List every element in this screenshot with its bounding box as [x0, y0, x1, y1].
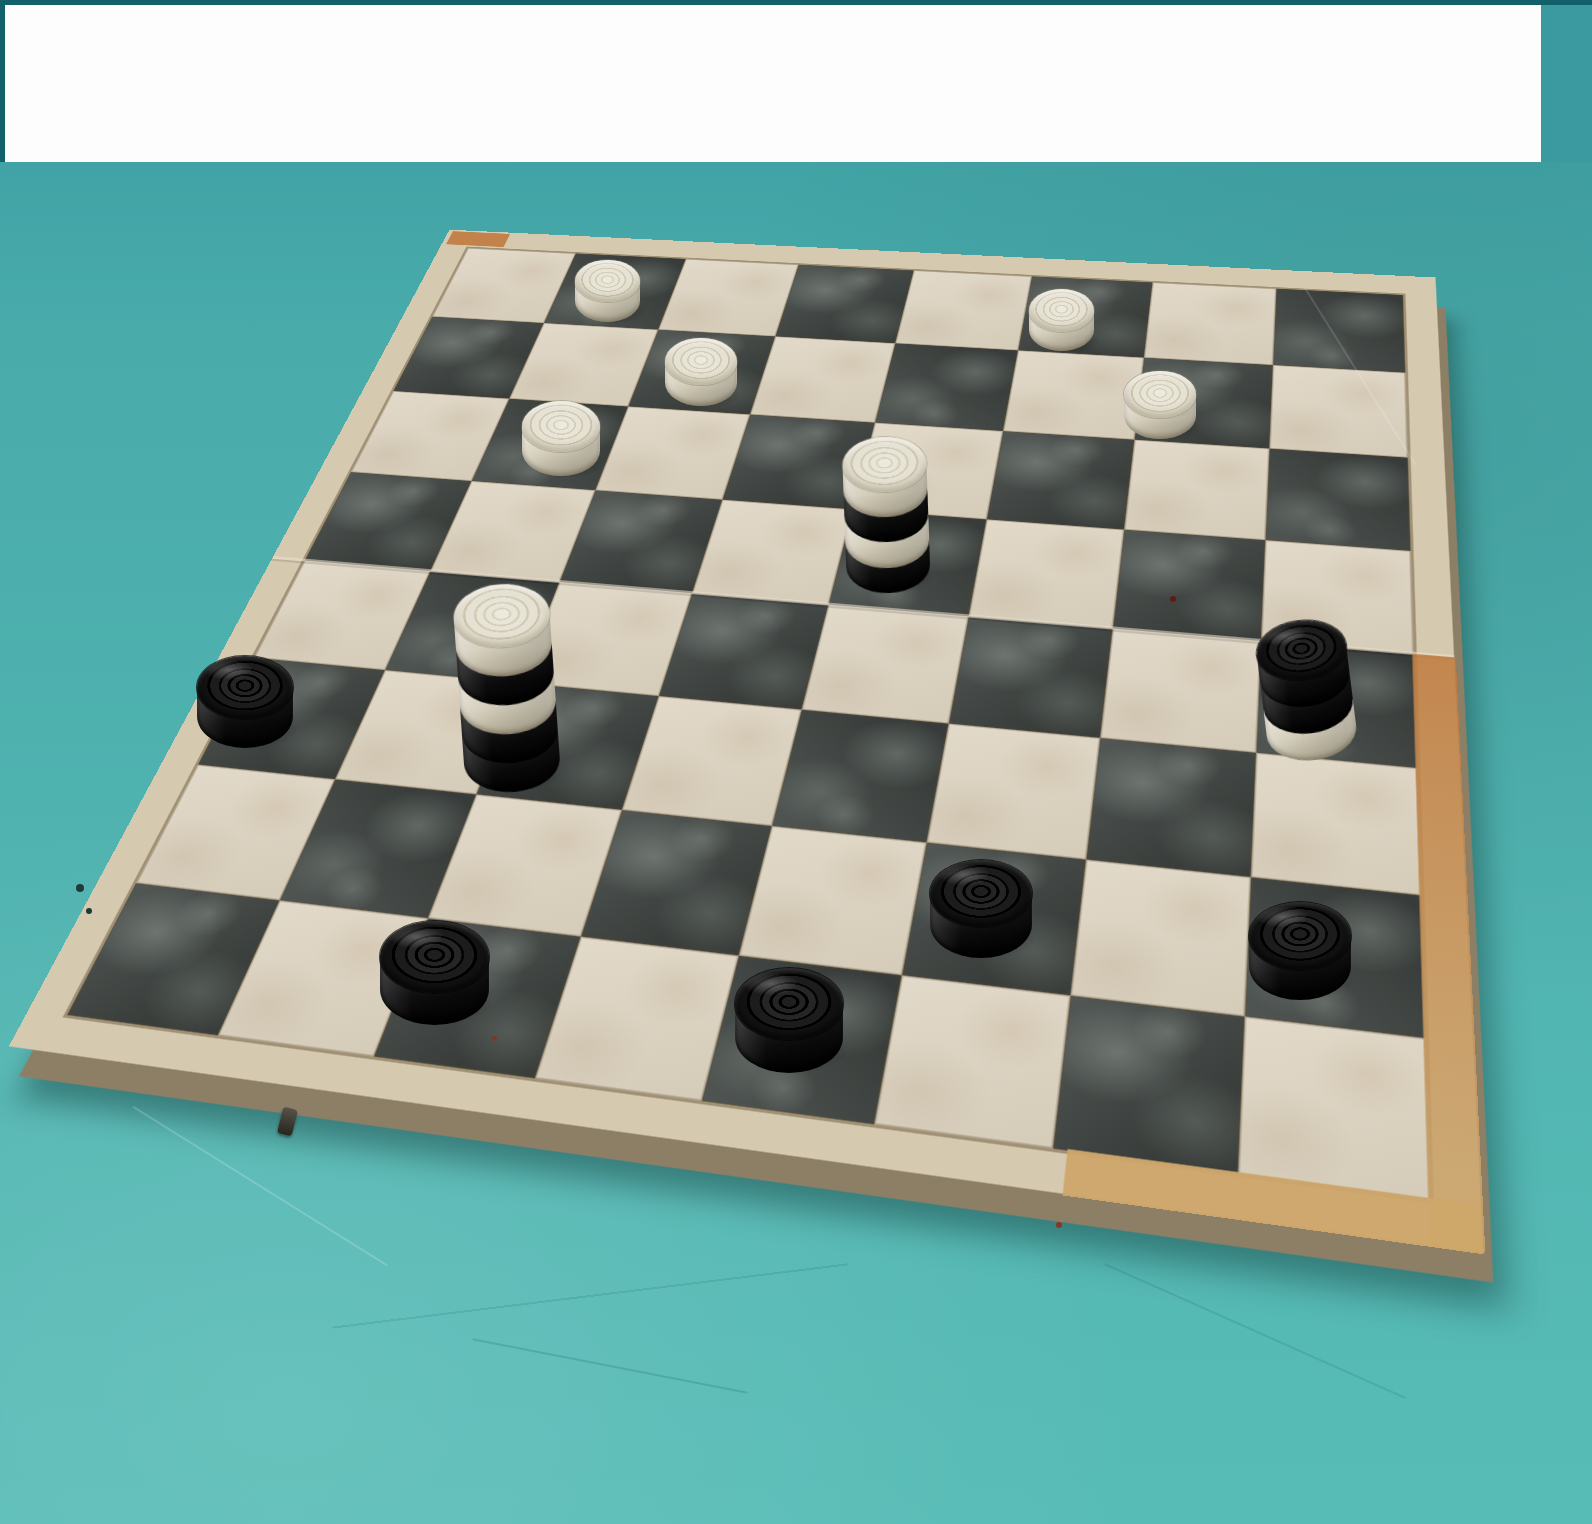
- speck: [1056, 1222, 1062, 1228]
- table-scratch: [132, 1106, 387, 1267]
- square-h1[interactable]: [1238, 1017, 1430, 1200]
- square-h8[interactable]: [1273, 289, 1405, 373]
- square-h6[interactable]: [1265, 449, 1410, 551]
- piece-white-f8[interactable]: [1029, 289, 1094, 351]
- square-e3[interactable]: [772, 710, 949, 843]
- square-d5[interactable]: [692, 500, 853, 605]
- piece-black-c1[interactable]: [380, 921, 489, 1025]
- square-g2[interactable]: [1070, 860, 1250, 1017]
- square-f4[interactable]: [949, 616, 1113, 738]
- square-e7[interactable]: [875, 343, 1018, 431]
- piece-top-face: [1124, 371, 1195, 418]
- piece-stack-c3[interactable]: [452, 582, 562, 796]
- frame-worn-patch: [446, 231, 510, 247]
- piece-top-face: [197, 656, 293, 719]
- piece-stack-h4[interactable]: [1253, 615, 1359, 765]
- piece-top-face: [522, 401, 600, 452]
- white-mask-strip: [5, 5, 1541, 162]
- speck: [86, 908, 92, 914]
- speck: [492, 1036, 497, 1041]
- square-f1[interactable]: [874, 975, 1070, 1148]
- piece-black-a3[interactable]: [197, 656, 293, 748]
- square-f5[interactable]: [969, 519, 1125, 628]
- piece-black-e1[interactable]: [735, 968, 844, 1072]
- piece-black-f2[interactable]: [930, 860, 1032, 958]
- square-e8[interactable]: [895, 270, 1032, 350]
- speck: [1170, 596, 1176, 602]
- piece-top-face: [1249, 902, 1351, 970]
- square-e2[interactable]: [739, 826, 927, 975]
- speck: [76, 884, 84, 892]
- square-g4[interactable]: [1100, 629, 1261, 753]
- square-g3[interactable]: [1086, 738, 1256, 877]
- photo-scene: [0, 0, 1592, 1524]
- piece-top-face: [665, 338, 736, 385]
- teal-top-right: [1541, 5, 1592, 162]
- piece-white-g7[interactable]: [1124, 371, 1195, 439]
- square-e4[interactable]: [802, 605, 969, 724]
- square-f6[interactable]: [987, 431, 1135, 530]
- piece-stack-e5[interactable]: [842, 436, 931, 594]
- piece-top-face: [1029, 289, 1094, 332]
- piece-white-c7[interactable]: [665, 338, 736, 406]
- piece-top-face: [735, 968, 844, 1040]
- table-scratch: [1104, 1263, 1406, 1399]
- square-d7[interactable]: [750, 336, 895, 422]
- square-g8[interactable]: [1144, 282, 1276, 365]
- table-scratch: [472, 1338, 747, 1393]
- square-g1[interactable]: [1053, 996, 1245, 1174]
- piece-top-face: [930, 860, 1032, 928]
- piece-white-b6[interactable]: [522, 401, 600, 475]
- square-d8[interactable]: [775, 265, 914, 344]
- piece-top-face: [380, 921, 489, 993]
- piece-black-h2[interactable]: [1249, 902, 1351, 1000]
- square-g6[interactable]: [1124, 440, 1269, 540]
- piece-white-b8[interactable]: [575, 260, 640, 322]
- square-g5[interactable]: [1113, 530, 1266, 641]
- square-h3[interactable]: [1251, 753, 1421, 896]
- table-scratch: [332, 1263, 848, 1328]
- square-f3[interactable]: [927, 724, 1101, 860]
- square-h7[interactable]: [1269, 365, 1407, 458]
